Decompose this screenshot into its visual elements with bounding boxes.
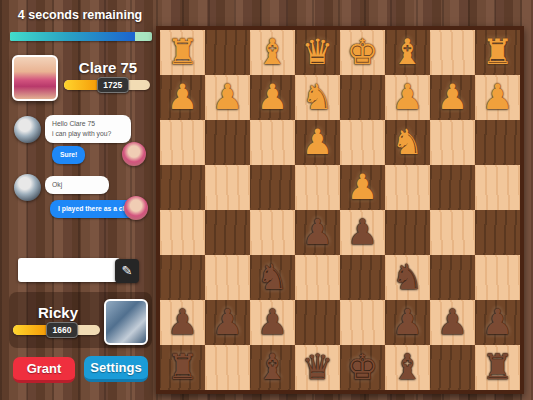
square-b3[interactable] xyxy=(205,255,250,300)
chat-input[interactable] xyxy=(18,258,120,282)
piece-black-pawn: ♟ xyxy=(160,75,205,120)
chess-board: ♜♝♛♚♝♜♟♟♟♞♟♟♟♟♞♟♟♟♞♞♟♟♟♟♟♟♜♝♛♚♝♜ xyxy=(160,30,520,390)
square-g7[interactable]: ♟ xyxy=(430,75,475,120)
square-b6[interactable] xyxy=(205,120,250,165)
piece-black-bishop: ♝ xyxy=(250,30,295,75)
square-b8[interactable] xyxy=(205,30,250,75)
square-d6[interactable]: ♟ xyxy=(295,120,340,165)
square-a3[interactable] xyxy=(160,255,205,300)
square-c2[interactable]: ♟ xyxy=(250,300,295,345)
chat-avatar-opponent xyxy=(14,174,41,201)
piece-white-pawn: ♟ xyxy=(205,300,250,345)
square-h2[interactable]: ♟ xyxy=(475,300,520,345)
piece-black-pawn: ♟ xyxy=(475,75,520,120)
player-rating-bar: 1660 xyxy=(13,325,100,335)
opponent-rating-badge: 1725 xyxy=(97,77,129,93)
square-f5[interactable] xyxy=(385,165,430,210)
square-a5[interactable] xyxy=(160,165,205,210)
square-e4[interactable]: ♟ xyxy=(340,210,385,255)
piece-white-pawn: ♟ xyxy=(430,300,475,345)
square-g2[interactable]: ♟ xyxy=(430,300,475,345)
chat-message-bubble: Hello Clare 75 i can play with you? xyxy=(45,115,131,143)
square-e8[interactable]: ♚ xyxy=(340,30,385,75)
square-f4[interactable] xyxy=(385,210,430,255)
square-a7[interactable]: ♟ xyxy=(160,75,205,120)
left-panel: 4 seconds remaining Clare 75 1725 Hello … xyxy=(0,0,160,400)
piece-white-pawn: ♟ xyxy=(160,300,205,345)
square-b2[interactable]: ♟ xyxy=(205,300,250,345)
square-h4[interactable] xyxy=(475,210,520,255)
square-f1[interactable]: ♝ xyxy=(385,345,430,390)
chat-message-bubble: Sure! xyxy=(52,146,85,164)
square-f7[interactable]: ♟ xyxy=(385,75,430,120)
piece-black-pawn: ♟ xyxy=(205,75,250,120)
square-e7[interactable] xyxy=(340,75,385,120)
square-h8[interactable]: ♜ xyxy=(475,30,520,75)
piece-black-king: ♚ xyxy=(340,30,385,75)
opponent-rating-fill xyxy=(64,80,98,90)
square-g5[interactable] xyxy=(430,165,475,210)
piece-black-pawn: ♟ xyxy=(385,75,430,120)
chat-avatar-opponent xyxy=(14,116,41,143)
square-c5[interactable] xyxy=(250,165,295,210)
piece-white-pawn: ♟ xyxy=(340,210,385,255)
square-c3[interactable]: ♞ xyxy=(250,255,295,300)
square-h7[interactable]: ♟ xyxy=(475,75,520,120)
chat-avatar-self xyxy=(122,142,146,166)
square-d8[interactable]: ♛ xyxy=(295,30,340,75)
square-d2[interactable] xyxy=(295,300,340,345)
square-a2[interactable]: ♟ xyxy=(160,300,205,345)
piece-black-knight: ♞ xyxy=(295,75,340,120)
opponent-rating-bar: 1725 xyxy=(64,80,150,90)
square-b7[interactable]: ♟ xyxy=(205,75,250,120)
square-g3[interactable] xyxy=(430,255,475,300)
square-c6[interactable] xyxy=(250,120,295,165)
timer-progress-fill xyxy=(10,32,135,41)
piece-white-king: ♚ xyxy=(340,345,385,390)
square-c7[interactable]: ♟ xyxy=(250,75,295,120)
piece-white-bishop: ♝ xyxy=(250,345,295,390)
square-a8[interactable]: ♜ xyxy=(160,30,205,75)
timer-label: 4 seconds remaining xyxy=(0,8,160,22)
piece-black-queen: ♛ xyxy=(295,30,340,75)
square-d4[interactable]: ♟ xyxy=(295,210,340,255)
square-a6[interactable] xyxy=(160,120,205,165)
square-g6[interactable] xyxy=(430,120,475,165)
piece-black-pawn: ♟ xyxy=(250,75,295,120)
board-frame: ♜♝♛♚♝♜♟♟♟♞♟♟♟♟♞♟♟♟♞♞♟♟♟♟♟♟♜♝♛♚♝♜ xyxy=(156,26,524,394)
square-g1[interactable] xyxy=(430,345,475,390)
player-avatar xyxy=(104,299,148,345)
piece-black-pawn: ♟ xyxy=(340,165,385,210)
square-b1[interactable] xyxy=(205,345,250,390)
piece-black-pawn: ♟ xyxy=(295,120,340,165)
square-g4[interactable] xyxy=(430,210,475,255)
square-h5[interactable] xyxy=(475,165,520,210)
square-b4[interactable] xyxy=(205,210,250,255)
piece-white-pawn: ♟ xyxy=(250,300,295,345)
player-name: Ricky xyxy=(14,304,102,321)
piece-black-bishop: ♝ xyxy=(385,30,430,75)
app-window: 4 seconds remaining Clare 75 1725 Hello … xyxy=(0,0,533,400)
timer-progress-bar xyxy=(10,32,152,41)
piece-white-bishop: ♝ xyxy=(385,345,430,390)
chat-message-bubble: Okj xyxy=(45,176,109,194)
piece-white-knight: ♞ xyxy=(385,255,430,300)
square-c1[interactable]: ♝ xyxy=(250,345,295,390)
piece-black-pawn: ♟ xyxy=(430,75,475,120)
piece-white-rook: ♜ xyxy=(160,345,205,390)
square-d5[interactable] xyxy=(295,165,340,210)
square-f3[interactable]: ♞ xyxy=(385,255,430,300)
square-e6[interactable] xyxy=(340,120,385,165)
square-a1[interactable]: ♜ xyxy=(160,345,205,390)
piece-black-rook: ♜ xyxy=(475,30,520,75)
piece-white-pawn: ♟ xyxy=(385,300,430,345)
grant-button[interactable]: Grant xyxy=(13,357,75,383)
square-e1[interactable]: ♚ xyxy=(340,345,385,390)
square-d7[interactable]: ♞ xyxy=(295,75,340,120)
piece-black-knight: ♞ xyxy=(385,120,430,165)
square-a4[interactable] xyxy=(160,210,205,255)
piece-white-knight: ♞ xyxy=(250,255,295,300)
player-rating-fill xyxy=(13,325,47,335)
square-d3[interactable] xyxy=(295,255,340,300)
square-h1[interactable]: ♜ xyxy=(475,345,520,390)
square-g8[interactable] xyxy=(430,30,475,75)
piece-white-rook: ♜ xyxy=(475,345,520,390)
square-c4[interactable] xyxy=(250,210,295,255)
square-f2[interactable]: ♟ xyxy=(385,300,430,345)
square-b5[interactable] xyxy=(205,165,250,210)
square-e2[interactable] xyxy=(340,300,385,345)
opponent-avatar xyxy=(12,55,58,101)
opponent-name: Clare 75 xyxy=(62,59,154,76)
square-f8[interactable]: ♝ xyxy=(385,30,430,75)
chat-avatar-self xyxy=(124,196,148,220)
piece-white-pawn: ♟ xyxy=(475,300,520,345)
square-f6[interactable]: ♞ xyxy=(385,120,430,165)
square-e3[interactable] xyxy=(340,255,385,300)
piece-white-queen: ♛ xyxy=(295,345,340,390)
piece-black-rook: ♜ xyxy=(160,30,205,75)
square-h6[interactable] xyxy=(475,120,520,165)
square-e5[interactable]: ♟ xyxy=(340,165,385,210)
square-c8[interactable]: ♝ xyxy=(250,30,295,75)
player-rating-badge: 1660 xyxy=(46,322,78,338)
settings-button[interactable]: Settings xyxy=(84,356,148,382)
square-h3[interactable] xyxy=(475,255,520,300)
square-d1[interactable]: ♛ xyxy=(295,345,340,390)
pencil-icon: ✎ xyxy=(122,263,133,278)
piece-white-pawn: ♟ xyxy=(295,210,340,255)
send-edit-button[interactable]: ✎ xyxy=(115,259,139,283)
